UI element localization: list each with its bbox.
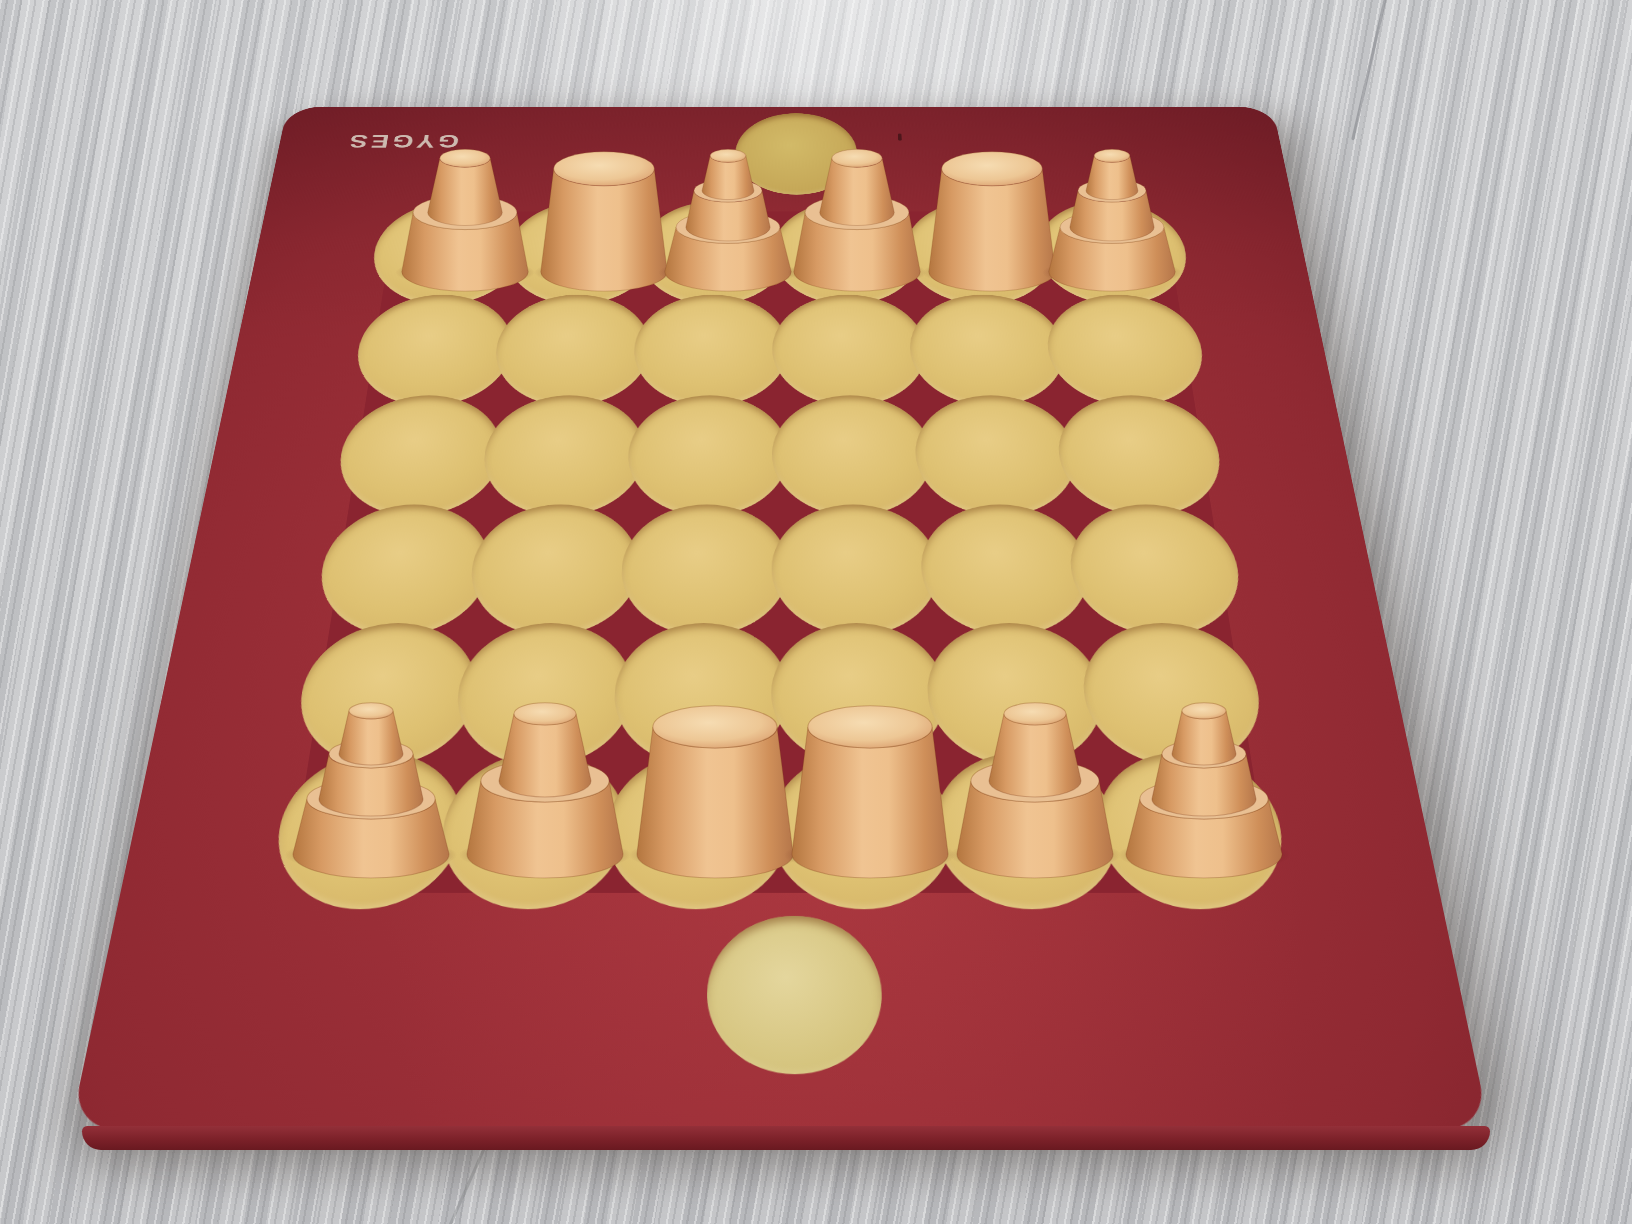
piece-3ring[interactable] bbox=[270, 659, 470, 879]
pieces-layer bbox=[0, 0, 1632, 1224]
piece-3ring[interactable] bbox=[1031, 114, 1193, 292]
piece-3ring[interactable] bbox=[1104, 659, 1304, 879]
